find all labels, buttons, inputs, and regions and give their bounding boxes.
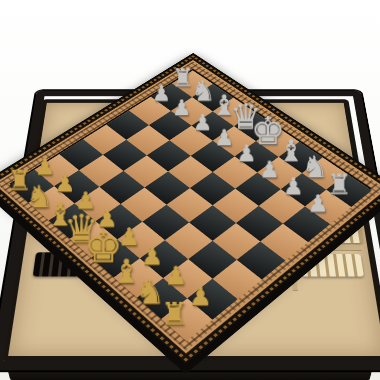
piece-white-rook[interactable]: ♜: [149, 301, 199, 329]
chess-set-product-photo: ♜♞♝♛♚♝♞♜♟♟♟♟♟♟♟♟♟♟♟♟♟♟♟♟♜♞♝♛♚♝♞♜: [0, 0, 380, 380]
piece-black-pawn[interactable]: ♟: [295, 193, 340, 215]
